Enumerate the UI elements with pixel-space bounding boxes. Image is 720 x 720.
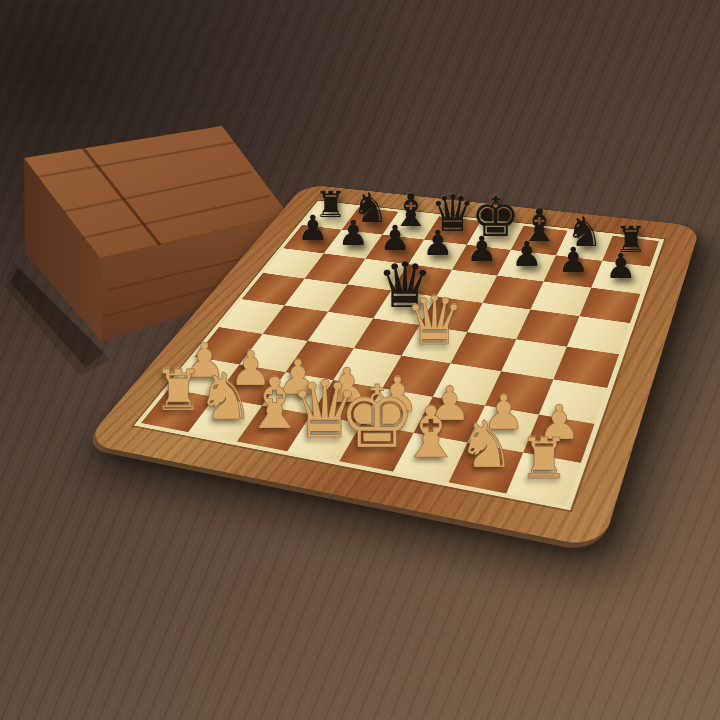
piece-white-rook-h1[interactable]: ♜ xyxy=(519,431,569,487)
piece-black-pawn-f7[interactable]: ♟ xyxy=(511,238,542,273)
piece-white-queen-e4[interactable]: ♛ xyxy=(405,288,465,355)
piece-black-pawn-g7[interactable]: ♟ xyxy=(558,244,589,279)
piece-white-bishop-f1[interactable]: ♝ xyxy=(399,398,462,469)
piece-black-pawn-h7[interactable]: ♟ xyxy=(605,249,636,284)
piece-white-knight-g1[interactable]: ♞ xyxy=(457,413,515,478)
piece-black-pawn-a7[interactable]: ♟ xyxy=(297,211,328,246)
piece-black-pawn-e7[interactable]: ♟ xyxy=(466,232,497,267)
scene: ♜♞♝♛♚♝♞♜♟♟♟♟♟♟♟♟♛♛♟♟♟♟♟♟♟♟♜♞♝♛♚♝♞♜ xyxy=(0,0,720,720)
piece-black-pawn-b7[interactable]: ♟ xyxy=(338,216,369,251)
